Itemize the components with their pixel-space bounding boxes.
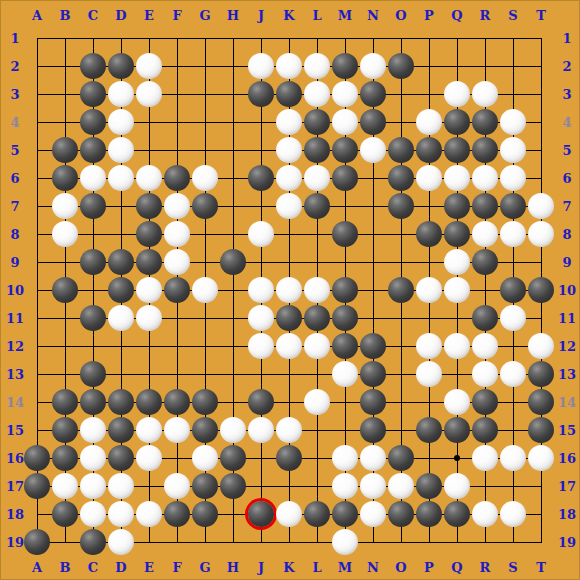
stone-E8[interactable] (136, 221, 162, 247)
col-label-top-F: F (172, 9, 181, 22)
stone-R12[interactable] (472, 333, 498, 359)
stone-K4[interactable] (276, 109, 302, 135)
stone-N2[interactable] (360, 53, 386, 79)
stone-M10[interactable] (332, 277, 358, 303)
stone-R16[interactable] (472, 445, 498, 471)
col-label-bottom-G: G (199, 561, 210, 574)
stone-S4[interactable] (500, 109, 526, 135)
row-label-left-11: 11 (6, 312, 24, 325)
stone-E7[interactable] (136, 193, 162, 219)
stone-L11[interactable] (304, 305, 330, 331)
row-label-right-14: 14 (558, 396, 576, 409)
stone-E16[interactable] (136, 445, 162, 471)
stone-P5[interactable] (416, 137, 442, 163)
row-label-left-19: 19 (6, 536, 24, 549)
stone-R18[interactable] (472, 501, 498, 527)
stone-O16[interactable] (388, 445, 414, 471)
stone-D3[interactable] (108, 81, 134, 107)
col-label-top-B: B (60, 9, 71, 22)
stone-D2[interactable] (108, 53, 134, 79)
stone-M4[interactable] (332, 109, 358, 135)
row-label-right-4: 4 (562, 116, 571, 129)
stone-Q12[interactable] (444, 333, 470, 359)
col-label-top-Q: Q (451, 9, 462, 22)
stone-K5[interactable] (276, 137, 302, 163)
stone-E10[interactable] (136, 277, 162, 303)
row-label-left-16: 16 (6, 452, 24, 465)
row-label-right-5: 5 (562, 144, 571, 157)
stone-P17[interactable] (416, 473, 442, 499)
col-label-top-L: L (312, 9, 321, 22)
stone-F18[interactable] (164, 501, 190, 527)
stone-B16[interactable] (52, 445, 78, 471)
stone-S6[interactable] (500, 165, 526, 191)
row-label-left-1: 1 (10, 32, 19, 45)
col-label-top-M: M (338, 9, 352, 22)
stone-G14[interactable] (192, 389, 218, 415)
stone-N3[interactable] (360, 81, 386, 107)
stone-R7[interactable] (472, 193, 498, 219)
col-label-bottom-M: M (338, 561, 352, 574)
stone-O6[interactable] (388, 165, 414, 191)
stone-N15[interactable] (360, 417, 386, 443)
col-label-bottom-E: E (144, 561, 154, 574)
col-label-top-C: C (88, 9, 98, 22)
stone-J3[interactable] (248, 81, 274, 107)
stone-T15[interactable] (528, 417, 554, 443)
stone-R9[interactable] (472, 249, 498, 275)
stone-D5[interactable] (108, 137, 134, 163)
stone-R3[interactable] (472, 81, 498, 107)
stone-T14[interactable] (528, 389, 554, 415)
stone-F8[interactable] (164, 221, 190, 247)
grid-line-h-13 (37, 374, 542, 375)
stone-S5[interactable] (500, 137, 526, 163)
stone-Q6[interactable] (444, 165, 470, 191)
stone-H17[interactable] (220, 473, 246, 499)
stone-C19[interactable] (80, 529, 106, 555)
col-label-bottom-T: T (536, 561, 546, 574)
stone-T8[interactable] (528, 221, 554, 247)
stone-N4[interactable] (360, 109, 386, 135)
stone-G7[interactable] (192, 193, 218, 219)
stone-N16[interactable] (360, 445, 386, 471)
stone-Q9[interactable] (444, 249, 470, 275)
stone-E11[interactable] (136, 305, 162, 331)
stone-P4[interactable] (416, 109, 442, 135)
stone-J8[interactable] (248, 221, 274, 247)
stone-L14[interactable] (304, 389, 330, 415)
stone-Q10[interactable] (444, 277, 470, 303)
stone-O5[interactable] (388, 137, 414, 163)
stone-B7[interactable] (52, 193, 78, 219)
stone-G10[interactable] (192, 277, 218, 303)
stone-E3[interactable] (136, 81, 162, 107)
stone-P8[interactable] (416, 221, 442, 247)
stone-C4[interactable] (80, 109, 106, 135)
stone-B6[interactable] (52, 165, 78, 191)
stone-R14[interactable] (472, 389, 498, 415)
col-label-bottom-Q: Q (451, 561, 462, 574)
stone-M18[interactable] (332, 501, 358, 527)
stone-J12[interactable] (248, 333, 274, 359)
stone-B5[interactable] (52, 137, 78, 163)
row-label-right-19: 19 (558, 536, 576, 549)
stone-S10[interactable] (500, 277, 526, 303)
stone-F6[interactable] (164, 165, 190, 191)
stone-C5[interactable] (80, 137, 106, 163)
stone-C15[interactable] (80, 417, 106, 443)
stone-G18[interactable] (192, 501, 218, 527)
stone-E14[interactable] (136, 389, 162, 415)
col-label-top-P: P (424, 9, 434, 22)
stone-F10[interactable] (164, 277, 190, 303)
stone-M6[interactable] (332, 165, 358, 191)
stone-N12[interactable] (360, 333, 386, 359)
stone-O2[interactable] (388, 53, 414, 79)
stone-J18-last-move[interactable] (248, 501, 274, 527)
stone-K15[interactable] (276, 417, 302, 443)
stone-T10[interactable] (528, 277, 554, 303)
stone-O18[interactable] (388, 501, 414, 527)
stone-C13[interactable] (80, 361, 106, 387)
stone-E9[interactable] (136, 249, 162, 275)
col-label-top-D: D (115, 9, 126, 22)
stone-R6[interactable] (472, 165, 498, 191)
row-label-left-3: 3 (10, 88, 19, 101)
col-label-bottom-O: O (395, 561, 406, 574)
row-label-right-18: 18 (558, 508, 576, 521)
row-label-right-12: 12 (558, 340, 576, 353)
stone-M17[interactable] (332, 473, 358, 499)
stone-L6[interactable] (304, 165, 330, 191)
col-label-top-J: J (258, 9, 264, 22)
stone-L5[interactable] (304, 137, 330, 163)
col-label-bottom-D: D (115, 561, 126, 574)
stone-P18[interactable] (416, 501, 442, 527)
stone-C16[interactable] (80, 445, 106, 471)
stone-D17[interactable] (108, 473, 134, 499)
stone-D9[interactable] (108, 249, 134, 275)
stone-N14[interactable] (360, 389, 386, 415)
row-label-left-2: 2 (10, 60, 19, 73)
stone-K7[interactable] (276, 193, 302, 219)
col-label-top-R: R (480, 9, 491, 22)
stone-R8[interactable] (472, 221, 498, 247)
stone-K16[interactable] (276, 445, 302, 471)
col-label-bottom-C: C (88, 561, 98, 574)
stone-E6[interactable] (136, 165, 162, 191)
col-label-top-T: T (536, 9, 546, 22)
stone-M5[interactable] (332, 137, 358, 163)
stone-R15[interactable] (472, 417, 498, 443)
stone-E2[interactable] (136, 53, 162, 79)
stone-Q3[interactable] (444, 81, 470, 107)
stone-O7[interactable] (388, 193, 414, 219)
row-label-right-6: 6 (562, 172, 571, 185)
stone-Q18[interactable] (444, 501, 470, 527)
stone-C3[interactable] (80, 81, 106, 107)
stone-A19[interactable] (24, 529, 50, 555)
stone-P15[interactable] (416, 417, 442, 443)
stone-N18[interactable] (360, 501, 386, 527)
stone-L3[interactable] (304, 81, 330, 107)
stone-R5[interactable] (472, 137, 498, 163)
stone-L2[interactable] (304, 53, 330, 79)
col-label-bottom-S: S (508, 561, 517, 574)
row-label-left-14: 14 (6, 396, 24, 409)
stone-B15[interactable] (52, 417, 78, 443)
row-label-left-17: 17 (6, 480, 24, 493)
col-label-bottom-A: A (32, 561, 42, 574)
stone-M11[interactable] (332, 305, 358, 331)
stone-P10[interactable] (416, 277, 442, 303)
col-label-bottom-F: F (172, 561, 181, 574)
stone-L18[interactable] (304, 501, 330, 527)
stone-M12[interactable] (332, 333, 358, 359)
stone-S11[interactable] (500, 305, 526, 331)
row-label-left-6: 6 (10, 172, 19, 185)
stone-E15[interactable] (136, 417, 162, 443)
row-label-left-12: 12 (6, 340, 24, 353)
stone-H15[interactable] (220, 417, 246, 443)
stone-T7[interactable] (528, 193, 554, 219)
stone-A16[interactable] (24, 445, 50, 471)
col-label-top-N: N (367, 9, 379, 22)
col-label-bottom-J: J (258, 561, 264, 574)
stone-B17[interactable] (52, 473, 78, 499)
stone-M2[interactable] (332, 53, 358, 79)
stone-C6[interactable] (80, 165, 106, 191)
col-label-top-G: G (199, 9, 210, 22)
stone-J15[interactable] (248, 417, 274, 443)
stone-M13[interactable] (332, 361, 358, 387)
stone-J6[interactable] (248, 165, 274, 191)
stone-C2[interactable] (80, 53, 106, 79)
stone-S7[interactable] (500, 193, 526, 219)
col-label-bottom-N: N (367, 561, 379, 574)
row-label-right-17: 17 (558, 480, 576, 493)
row-label-right-7: 7 (562, 200, 571, 213)
stone-K6[interactable] (276, 165, 302, 191)
col-label-bottom-P: P (424, 561, 434, 574)
stone-K2[interactable] (276, 53, 302, 79)
stone-G15[interactable] (192, 417, 218, 443)
stone-F17[interactable] (164, 473, 190, 499)
stone-D11[interactable] (108, 305, 134, 331)
stone-D16[interactable] (108, 445, 134, 471)
col-label-top-A: A (32, 9, 42, 22)
stone-D19[interactable] (108, 529, 134, 555)
stone-N17[interactable] (360, 473, 386, 499)
stone-E18[interactable] (136, 501, 162, 527)
stone-R4[interactable] (472, 109, 498, 135)
row-label-right-13: 13 (558, 368, 576, 381)
stone-L4[interactable] (304, 109, 330, 135)
stone-G17[interactable] (192, 473, 218, 499)
row-label-right-9: 9 (562, 256, 571, 269)
stone-S8[interactable] (500, 221, 526, 247)
stone-J14[interactable] (248, 389, 274, 415)
row-label-left-7: 7 (10, 200, 19, 213)
stone-P6[interactable] (416, 165, 442, 191)
row-label-right-11: 11 (558, 312, 576, 325)
col-label-bottom-R: R (480, 561, 491, 574)
stone-M3[interactable] (332, 81, 358, 107)
row-label-left-5: 5 (10, 144, 19, 157)
stone-J2[interactable] (248, 53, 274, 79)
stone-P12[interactable] (416, 333, 442, 359)
stone-Q14[interactable] (444, 389, 470, 415)
stone-H16[interactable] (220, 445, 246, 471)
stone-B8[interactable] (52, 221, 78, 247)
stone-R11[interactable] (472, 305, 498, 331)
row-label-right-16: 16 (558, 452, 576, 465)
row-label-right-1: 1 (562, 32, 571, 45)
stone-O17[interactable] (388, 473, 414, 499)
col-label-bottom-B: B (60, 561, 71, 574)
stone-Q4[interactable] (444, 109, 470, 135)
row-label-left-4: 4 (10, 116, 19, 129)
stone-K3[interactable] (276, 81, 302, 107)
stone-M8[interactable] (332, 221, 358, 247)
row-label-right-3: 3 (562, 88, 571, 101)
stone-S18[interactable] (500, 501, 526, 527)
stone-H9[interactable] (220, 249, 246, 275)
col-label-bottom-L: L (312, 561, 321, 574)
stone-J11[interactable] (248, 305, 274, 331)
col-label-top-H: H (227, 9, 239, 22)
row-label-left-8: 8 (10, 228, 19, 241)
col-label-top-K: K (283, 9, 294, 22)
row-label-right-15: 15 (558, 424, 576, 437)
stone-Q5[interactable] (444, 137, 470, 163)
stone-S13[interactable] (500, 361, 526, 387)
stone-N13[interactable] (360, 361, 386, 387)
stone-B18[interactable] (52, 501, 78, 527)
stone-B14[interactable] (52, 389, 78, 415)
stone-Q15[interactable] (444, 417, 470, 443)
stone-D4[interactable] (108, 109, 134, 135)
stone-C18[interactable] (80, 501, 106, 527)
stone-F9[interactable] (164, 249, 190, 275)
col-label-bottom-H: H (227, 561, 239, 574)
row-label-right-2: 2 (562, 60, 571, 73)
stone-B10[interactable] (52, 277, 78, 303)
row-label-right-8: 8 (562, 228, 571, 241)
stone-L12[interactable] (304, 333, 330, 359)
stone-S16[interactable] (500, 445, 526, 471)
stone-G6[interactable] (192, 165, 218, 191)
star-point-Q16 (454, 455, 460, 461)
stone-O10[interactable] (388, 277, 414, 303)
stone-K12[interactable] (276, 333, 302, 359)
stone-C14[interactable] (80, 389, 106, 415)
stone-D10[interactable] (108, 277, 134, 303)
stone-K18[interactable] (276, 501, 302, 527)
stone-D18[interactable] (108, 501, 134, 527)
stone-F7[interactable] (164, 193, 190, 219)
stone-L7[interactable] (304, 193, 330, 219)
stone-T12[interactable] (528, 333, 554, 359)
stone-D6[interactable] (108, 165, 134, 191)
col-label-top-E: E (144, 9, 154, 22)
stone-Q17[interactable] (444, 473, 470, 499)
col-label-top-S: S (508, 9, 517, 22)
row-label-right-10: 10 (558, 284, 576, 297)
stone-N5[interactable] (360, 137, 386, 163)
stone-K11[interactable] (276, 305, 302, 331)
stone-F14[interactable] (164, 389, 190, 415)
stone-C9[interactable] (80, 249, 106, 275)
row-label-left-13: 13 (6, 368, 24, 381)
stone-A17[interactable] (24, 473, 50, 499)
stone-K10[interactable] (276, 277, 302, 303)
row-label-left-10: 10 (6, 284, 24, 297)
col-label-bottom-K: K (283, 561, 294, 574)
stone-M16[interactable] (332, 445, 358, 471)
col-label-top-O: O (395, 9, 406, 22)
row-label-left-9: 9 (10, 256, 19, 269)
stone-T13[interactable] (528, 361, 554, 387)
stone-J10[interactable] (248, 277, 274, 303)
stone-C17[interactable] (80, 473, 106, 499)
stone-D14[interactable] (108, 389, 134, 415)
stone-T16[interactable] (528, 445, 554, 471)
stone-M19[interactable] (332, 529, 358, 555)
goban[interactable]: AABBCCDDEEFFGGHHJJKKLLMMNNOOPPQQRRSSTT11… (0, 0, 580, 580)
row-label-left-18: 18 (6, 508, 24, 521)
stone-G16[interactable] (192, 445, 218, 471)
stone-R13[interactable] (472, 361, 498, 387)
row-label-left-15: 15 (6, 424, 24, 437)
stone-L10[interactable] (304, 277, 330, 303)
stone-Q7[interactable] (444, 193, 470, 219)
stone-D15[interactable] (108, 417, 134, 443)
stone-P13[interactable] (416, 361, 442, 387)
stone-Q8[interactable] (444, 221, 470, 247)
stone-C11[interactable] (80, 305, 106, 331)
stone-F15[interactable] (164, 417, 190, 443)
stone-C7[interactable] (80, 193, 106, 219)
